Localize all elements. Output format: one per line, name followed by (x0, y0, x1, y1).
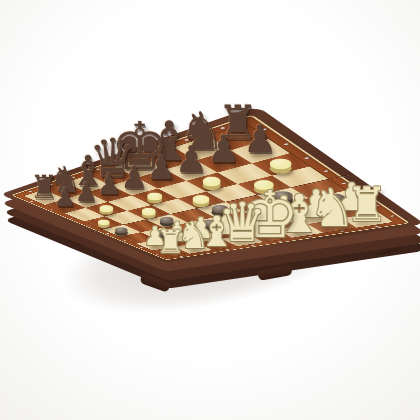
white-knight: ♞ (309, 183, 356, 235)
brown-checker-disc (160, 217, 175, 224)
black-pawn: ♟ (96, 171, 121, 199)
black-king: ♚ (110, 114, 169, 179)
black-bishop: ♝ (145, 114, 194, 169)
cream-checker-disc (141, 208, 156, 215)
black-pawn: ♟ (243, 121, 277, 159)
white-pawn: ♟ (213, 207, 241, 238)
brown-checker-disc (115, 227, 128, 233)
white-knight: ♞ (177, 218, 210, 255)
cream-checker-disc (147, 192, 163, 200)
white-pawn: ♟ (268, 193, 300, 229)
white-bishop: ♝ (198, 210, 236, 252)
black-rook: ♜ (30, 171, 59, 203)
white-pawn: ♟ (299, 186, 333, 224)
cream-checker-disc (193, 195, 210, 204)
black-pawn: ♟ (207, 131, 241, 169)
cream-checker-disc (254, 180, 274, 190)
cream-checker-disc (202, 177, 221, 186)
cream-checker-disc (97, 219, 110, 225)
black-rook: ♜ (217, 99, 259, 146)
white-pawn: ♟ (165, 219, 189, 246)
black-pawn: ♟ (54, 185, 77, 211)
black-knight: ♞ (49, 162, 81, 198)
black-pawn: ♟ (120, 162, 148, 193)
black-pawn: ♟ (146, 152, 176, 186)
brown-checker-disc (324, 194, 346, 205)
white-queen: ♛ (218, 196, 266, 250)
brown-checker-disc (154, 230, 168, 237)
white-pawn: ♟ (335, 179, 369, 217)
pieces-layer: ♜♞♟♝♟♚♟♛♟♝♟♞♟♜♟♟♟♟♜♟♞♟♝♟♚♟♛♟♝♟♞♜ (0, 0, 420, 420)
cream-checker-disc (99, 205, 112, 212)
brown-checker-disc (211, 205, 228, 214)
white-rook: ♜ (157, 226, 186, 258)
black-queen: ♛ (88, 132, 136, 186)
black-knight: ♞ (179, 106, 226, 158)
white-pawn: ♟ (188, 214, 214, 243)
white-king: ♚ (241, 183, 299, 247)
black-bishop: ♝ (69, 150, 106, 192)
white-pawn: ♟ (144, 224, 167, 250)
black-pawn: ♟ (175, 141, 208, 178)
brown-checker-disc (258, 208, 276, 217)
black-pawn: ♟ (74, 179, 97, 205)
product-photo: ♜♞♟♝♟♚♟♛♟♝♟♞♟♜♟♟♟♟♜♟♞♟♝♟♚♟♛♟♝♟♞♜ (0, 0, 420, 420)
white-bishop: ♝ (276, 188, 323, 241)
brown-checker-disc (272, 191, 292, 201)
white-rook: ♜ (346, 181, 388, 228)
cream-checker-disc (269, 158, 292, 169)
white-pawn: ♟ (239, 200, 269, 233)
brown-checker-disc (202, 220, 218, 228)
